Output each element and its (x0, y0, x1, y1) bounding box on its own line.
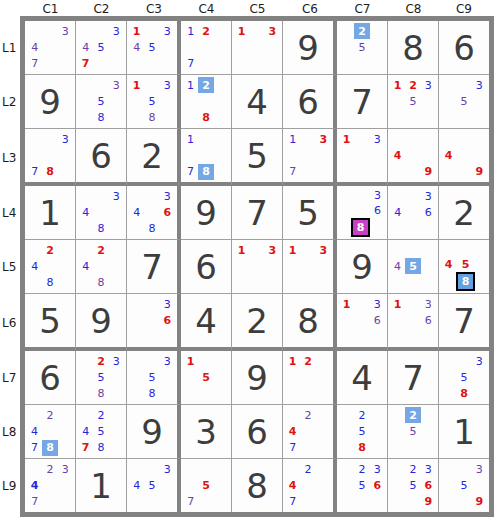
cell-value: 9 (90, 304, 112, 338)
cell-r9c1[interactable]: 2347 (25, 459, 76, 512)
candidate-3[interactable]: 3 (160, 462, 175, 477)
cell-r7c7[interactable]: 4 (337, 351, 388, 405)
candidate-1[interactable]: 1 (390, 297, 405, 312)
cell-r4c8[interactable]: 346 (388, 186, 439, 240)
cell-r4c2[interactable]: 348 (76, 186, 127, 240)
candidate-3[interactable]: 3 (472, 462, 487, 477)
candidate-1[interactable]: 1 (183, 132, 198, 147)
cell-r7c5[interactable]: 9 (232, 351, 283, 405)
candidate-9[interactable]: 9 (421, 164, 436, 179)
candidate-4[interactable]: 4 (441, 148, 456, 163)
candidate-5[interactable]: 5 (405, 478, 420, 493)
cell-value: 1 (39, 196, 61, 230)
candidate-2[interactable]: 2 (354, 408, 369, 423)
cell-r3c7[interactable]: 13 (337, 129, 388, 186)
candidate-7[interactable]: 7 (183, 56, 198, 71)
column-label-C6: C6 (283, 1, 337, 16)
candidate-4[interactable]: 4 (390, 259, 405, 274)
cell-r8c7[interactable]: 258 (337, 405, 388, 459)
candidate-1[interactable]: 1 (285, 354, 300, 369)
candidate-2[interactable]: 2 (405, 407, 421, 423)
candidate-3[interactable]: 3 (160, 24, 175, 39)
cell-r6c9[interactable]: 7 (439, 294, 489, 351)
candidate-7[interactable]: 7 (285, 164, 300, 179)
cell-r5c8[interactable]: 45 (388, 240, 439, 294)
candidate-9[interactable]: 9 (472, 164, 487, 179)
candidate-5[interactable]: 5 (458, 257, 473, 272)
cell-r5c6[interactable]: 13 (283, 240, 337, 294)
candidate-6[interactable]: 6 (370, 313, 385, 328)
cell-value: 4 (246, 85, 268, 119)
row-label-L9: L9 (2, 459, 20, 512)
cell-value: 7 (402, 361, 424, 395)
corner-spacer (2, 1, 20, 16)
cell-r7c6[interactable]: 12 (283, 351, 337, 405)
cell-value: 5 (246, 139, 268, 173)
candidate-1[interactable]: 1 (339, 132, 354, 147)
candidate-2[interactable]: 2 (93, 243, 108, 258)
candidate-2[interactable]: 2 (405, 462, 420, 477)
cell-r7c1[interactable]: 6 (25, 351, 76, 405)
candidate-6[interactable]: 6 (160, 313, 175, 328)
cell-r4c7[interactable]: 368 (337, 186, 388, 240)
cell-r2c6[interactable]: 6 (283, 75, 337, 129)
cell-r5c7[interactable]: 9 (337, 240, 388, 294)
row-label-L5: L5 (2, 240, 20, 294)
cell-r8c3[interactable]: 9 (127, 405, 181, 459)
candidate-7[interactable]: 7 (78, 440, 93, 455)
candidate-8[interactable]: 8 (42, 275, 57, 290)
cell-r9c3[interactable]: 345 (127, 459, 181, 512)
cell-r4c3[interactable]: 3468 (127, 186, 181, 240)
row-label-L8: L8 (2, 405, 20, 459)
candidate-7[interactable]: 7 (27, 56, 42, 71)
cell-value: 2 (453, 196, 475, 230)
row-label-L4: L4 (2, 186, 20, 240)
candidate-5[interactable]: 5 (456, 370, 471, 385)
cell-r6c8[interactable]: 136 (388, 294, 439, 351)
candidate-3[interactable]: 3 (472, 354, 487, 369)
cell-r1c9[interactable]: 6 (439, 21, 489, 75)
candidate-8[interactable]: 8 (93, 221, 108, 236)
row-labels: L1L2L3L4L5L6L7L8L9 (2, 21, 20, 517)
cell-value: 9 (195, 196, 217, 230)
candidate-3[interactable]: 3 (472, 78, 487, 93)
cell-r2c1[interactable]: 9 (25, 75, 76, 129)
cell-r2c8[interactable]: 1235 (388, 75, 439, 129)
candidate-8[interactable]: 8 (144, 221, 159, 236)
candidate-9[interactable]: 9 (472, 494, 487, 509)
cell-value: 9 (246, 361, 268, 395)
column-labels: C1C2C3C4C5C6C7C8C9 (25, 1, 500, 16)
cell-r1c4[interactable]: 127 (181, 21, 232, 75)
candidate-8[interactable]: 8 (93, 386, 108, 401)
column-label-C2: C2 (76, 1, 127, 16)
cell-r1c1[interactable]: 347 (25, 21, 76, 75)
cell-value: 3 (195, 415, 217, 449)
cell-r7c2[interactable]: 2358 (76, 351, 127, 405)
column-label-C7: C7 (337, 1, 388, 16)
candidate-5[interactable]: 5 (144, 94, 159, 109)
cell-r7c9[interactable]: 358 (439, 351, 489, 405)
candidate-3[interactable]: 3 (58, 132, 73, 147)
cell-r9c7[interactable]: 2356 (337, 459, 388, 512)
cell-r5c2[interactable]: 248 (76, 240, 127, 294)
candidate-2[interactable]: 2 (198, 24, 213, 39)
candidate-4[interactable]: 4 (78, 205, 93, 220)
row-label-L7: L7 (2, 351, 20, 405)
cell-r1c7[interactable]: 25 (337, 21, 388, 75)
candidate-3[interactable]: 3 (58, 462, 73, 477)
candidate-5[interactable]: 5 (456, 478, 471, 493)
cell-value: 6 (297, 85, 319, 119)
cell-r6c5[interactable]: 2 (232, 294, 283, 351)
cell-r2c4[interactable]: 128 (181, 75, 232, 129)
cell-value: 7 (351, 85, 373, 119)
cell-value: 6 (195, 250, 217, 284)
cell-r8c4[interactable]: 3 (181, 405, 232, 459)
candidate-5[interactable]: 5 (93, 370, 108, 385)
candidate-2[interactable]: 2 (43, 408, 58, 423)
candidate-2[interactable]: 2 (198, 77, 214, 93)
cell-r3c3[interactable]: 2 (127, 129, 181, 186)
candidate-1[interactable]: 1 (285, 132, 300, 147)
cell-r9c6[interactable]: 247 (283, 459, 337, 512)
cell-r9c4[interactable]: 57 (181, 459, 232, 512)
cell-value: 4 (351, 361, 373, 395)
candidate-8[interactable]: 8 (93, 275, 108, 290)
candidate-4[interactable]: 4 (27, 424, 42, 439)
cell-r5c4[interactable]: 6 (181, 240, 232, 294)
candidate-8[interactable]: 8 (456, 272, 475, 291)
cell-r4c5[interactable]: 7 (232, 186, 283, 240)
cell-r6c1[interactable]: 5 (25, 294, 76, 351)
candidate-5[interactable]: 5 (93, 40, 108, 55)
cell-r1c5[interactable]: 13 (232, 21, 283, 75)
cell-r1c8[interactable]: 8 (388, 21, 439, 75)
candidate-3[interactable]: 3 (370, 188, 385, 203)
candidate-4[interactable]: 4 (78, 40, 93, 55)
cell-r3c1[interactable]: 378 (25, 129, 76, 186)
candidate-2[interactable]: 2 (354, 23, 370, 39)
candidate-5[interactable]: 5 (198, 478, 213, 493)
cell-r6c6[interactable]: 8 (283, 294, 337, 351)
cell-r2c2[interactable]: 358 (76, 75, 127, 129)
candidate-7[interactable]: 7 (27, 440, 42, 455)
row-label-L2: L2 (2, 75, 20, 129)
candidate-3[interactable]: 3 (316, 132, 331, 147)
candidate-3[interactable]: 3 (421, 189, 436, 204)
candidate-5[interactable]: 5 (144, 40, 159, 55)
candidate-4[interactable]: 4 (390, 205, 405, 220)
candidate-8[interactable]: 8 (351, 218, 370, 237)
candidate-5[interactable]: 5 (456, 94, 471, 109)
candidate-3[interactable]: 3 (109, 24, 124, 39)
candidate-3[interactable]: 3 (421, 462, 436, 477)
cell-r3c6[interactable]: 137 (283, 129, 337, 186)
candidate-1[interactable]: 1 (183, 24, 198, 39)
candidate-2[interactable]: 2 (405, 78, 420, 93)
candidate-3[interactable]: 3 (265, 24, 280, 39)
row-label-L6: L6 (2, 294, 20, 351)
candidate-1[interactable]: 1 (183, 354, 198, 369)
candidate-5[interactable]: 5 (198, 370, 213, 385)
cell-r8c9[interactable]: 1 (439, 405, 489, 459)
candidate-4[interactable]: 4 (78, 424, 93, 439)
candidate-5[interactable]: 5 (354, 424, 369, 439)
candidate-3[interactable]: 3 (316, 243, 331, 258)
cell-value: 6 (90, 139, 112, 173)
cell-r4c9[interactable]: 2 (439, 186, 489, 240)
candidate-8[interactable]: 8 (456, 386, 471, 401)
cell-r4c6[interactable]: 5 (283, 186, 337, 240)
candidate-2[interactable]: 2 (300, 408, 315, 423)
column-label-C3: C3 (127, 1, 181, 16)
candidate-3[interactable]: 3 (370, 462, 385, 477)
candidate-5[interactable]: 5 (144, 478, 159, 493)
cell-r8c1[interactable]: 2478 (25, 405, 76, 459)
cell-r8c8[interactable]: 25 (388, 405, 439, 459)
cell-r3c8[interactable]: 49 (388, 129, 439, 186)
cell-r6c4[interactable]: 4 (181, 294, 232, 351)
cell-value: 5 (297, 196, 319, 230)
candidate-4[interactable]: 4 (390, 148, 405, 163)
candidate-5[interactable]: 5 (406, 424, 421, 439)
cell-value: 9 (39, 85, 61, 119)
cell-r4c1[interactable]: 1 (25, 186, 76, 240)
cell-r5c3[interactable]: 7 (127, 240, 181, 294)
cell-value: 2 (141, 139, 163, 173)
cell-r5c1[interactable]: 248 (25, 240, 76, 294)
candidate-5[interactable]: 5 (405, 94, 420, 109)
cell-value: 1 (453, 415, 475, 449)
cell-r6c7[interactable]: 136 (337, 294, 388, 351)
cell-r6c3[interactable]: 36 (127, 294, 181, 351)
candidate-2[interactable]: 2 (42, 243, 57, 258)
column-label-C1: C1 (25, 1, 76, 16)
cell-value: 6 (246, 415, 268, 449)
candidate-3[interactable]: 3 (109, 189, 124, 204)
cell-r1c6[interactable]: 9 (283, 21, 337, 75)
candidate-8[interactable]: 8 (144, 386, 159, 401)
cell-value: 9 (351, 250, 373, 284)
sudoku-board: 3473457134512713925869358135812846712353… (20, 16, 494, 517)
cell-value: 9 (297, 31, 319, 65)
candidate-5[interactable]: 5 (93, 424, 108, 439)
candidate-4[interactable]: 4 (441, 257, 456, 272)
cell-value: 4 (195, 304, 217, 338)
candidate-7[interactable]: 7 (183, 494, 198, 509)
candidate-2[interactable]: 2 (93, 354, 108, 369)
candidate-5[interactable]: 5 (354, 478, 369, 493)
cell-value: 8 (297, 304, 319, 338)
sudoku-app: C1C2C3C4C5C6C7C8C9 L1L2L3L4L5L6L7L8L9 34… (0, 0, 500, 525)
candidate-7[interactable]: 7 (27, 494, 42, 509)
candidate-8[interactable]: 8 (199, 110, 214, 125)
cell-value: 9 (141, 415, 163, 449)
candidate-3[interactable]: 3 (160, 354, 175, 369)
candidate-4[interactable]: 4 (78, 259, 93, 274)
candidate-1[interactable]: 1 (183, 78, 198, 93)
candidate-8[interactable]: 8 (354, 440, 369, 455)
candidate-1[interactable]: 1 (129, 78, 144, 93)
cell-r3c4[interactable]: 178 (181, 129, 232, 186)
candidate-1[interactable]: 1 (234, 24, 249, 39)
candidate-2[interactable]: 2 (300, 354, 315, 369)
candidate-2[interactable]: 2 (354, 462, 369, 477)
candidate-4[interactable]: 4 (129, 478, 144, 493)
column-label-C9: C9 (439, 1, 489, 16)
candidate-6[interactable]: 6 (421, 205, 436, 220)
cell-value: 8 (246, 469, 268, 503)
candidate-8[interactable]: 8 (93, 110, 108, 125)
candidate-1[interactable]: 1 (234, 243, 249, 258)
candidate-1[interactable]: 1 (129, 24, 144, 39)
candidate-2[interactable]: 2 (300, 462, 315, 477)
candidate-1[interactable]: 1 (390, 78, 405, 93)
cell-value: 5 (39, 304, 61, 338)
candidate-3[interactable]: 3 (160, 297, 175, 312)
cell-r5c9[interactable]: 458 (439, 240, 489, 294)
column-label-C5: C5 (232, 1, 283, 16)
cell-value: 8 (402, 31, 424, 65)
candidate-4[interactable]: 4 (129, 40, 144, 55)
candidate-7[interactable]: 7 (285, 494, 300, 509)
cell-r9c2[interactable]: 1 (76, 459, 127, 512)
candidate-8[interactable]: 8 (42, 164, 57, 179)
cell-r9c9[interactable]: 359 (439, 459, 489, 512)
cell-r8c6[interactable]: 247 (283, 405, 337, 459)
candidate-6[interactable]: 6 (421, 313, 436, 328)
cell-r8c2[interactable]: 24578 (76, 405, 127, 459)
cell-value: 1 (90, 469, 112, 503)
cell-r1c3[interactable]: 1345 (127, 21, 181, 75)
candidate-4[interactable]: 4 (285, 478, 300, 493)
cell-value: 2 (246, 304, 268, 338)
candidate-4[interactable]: 4 (27, 259, 42, 274)
cell-r6c2[interactable]: 9 (76, 294, 127, 351)
row-label-L3: L3 (2, 129, 20, 186)
cell-r4c4[interactable]: 9 (181, 186, 232, 240)
cell-r3c9[interactable]: 49 (439, 129, 489, 186)
cell-r3c2[interactable]: 6 (76, 129, 127, 186)
cell-r2c5[interactable]: 4 (232, 75, 283, 129)
cell-r1c2[interactable]: 3457 (76, 21, 127, 75)
cell-r2c9[interactable]: 35 (439, 75, 489, 129)
candidate-3[interactable]: 3 (160, 78, 175, 93)
candidate-3[interactable]: 3 (421, 297, 436, 312)
candidate-1[interactable]: 1 (285, 243, 300, 258)
cell-r8c5[interactable]: 6 (232, 405, 283, 459)
candidate-2[interactable]: 2 (42, 462, 57, 477)
candidate-3[interactable]: 3 (109, 354, 124, 369)
column-label-C8: C8 (388, 1, 439, 16)
candidate-8[interactable]: 8 (42, 440, 58, 456)
board-layout: C1C2C3C4C5C6C7C8C9 L1L2L3L4L5L6L7L8L9 34… (2, 1, 500, 517)
cell-value: 6 (453, 31, 475, 65)
cell-value: 7 (141, 250, 163, 284)
candidate-3[interactable]: 3 (109, 78, 124, 93)
candidate-7[interactable]: 7 (285, 440, 300, 455)
candidate-7[interactable]: 7 (183, 164, 198, 179)
cell-r2c7[interactable]: 7 (337, 75, 388, 129)
candidate-4[interactable]: 4 (27, 40, 42, 55)
candidate-6[interactable]: 6 (370, 478, 385, 493)
candidate-5[interactable]: 5 (144, 370, 159, 385)
cell-value: 7 (246, 196, 268, 230)
cell-r9c8[interactable]: 23569 (388, 459, 439, 512)
cell-r7c4[interactable]: 15 (181, 351, 232, 405)
candidate-8[interactable]: 8 (144, 110, 159, 125)
cell-r3c5[interactable]: 5 (232, 129, 283, 186)
candidate-4[interactable]: 4 (285, 424, 300, 439)
cell-r9c5[interactable]: 8 (232, 459, 283, 512)
candidate-5[interactable]: 5 (355, 40, 370, 55)
candidate-3[interactable]: 3 (160, 189, 175, 204)
candidate-3[interactable]: 3 (265, 243, 280, 258)
candidate-7[interactable]: 7 (27, 164, 42, 179)
cell-r5c5[interactable]: 13 (232, 240, 283, 294)
candidate-7[interactable]: 7 (78, 56, 93, 71)
candidate-6[interactable]: 6 (370, 203, 385, 218)
candidate-3[interactable]: 3 (58, 24, 73, 39)
row-label-L1: L1 (2, 21, 20, 75)
candidate-8[interactable]: 8 (93, 440, 108, 455)
candidate-6[interactable]: 6 (160, 205, 175, 220)
candidate-6[interactable]: 6 (421, 478, 436, 493)
cell-value: 7 (453, 304, 475, 338)
candidate-4[interactable]: 4 (27, 478, 42, 493)
cell-r7c8[interactable]: 7 (388, 351, 439, 405)
candidate-4[interactable]: 4 (129, 205, 144, 220)
candidate-1[interactable]: 1 (339, 297, 354, 312)
candidate-5[interactable]: 5 (93, 94, 108, 109)
candidate-9[interactable]: 9 (421, 494, 436, 509)
candidate-8[interactable]: 8 (198, 164, 214, 180)
cell-r7c3[interactable]: 358 (127, 351, 181, 405)
candidate-3[interactable]: 3 (370, 297, 385, 312)
candidate-3[interactable]: 3 (421, 78, 436, 93)
cell-value: 6 (39, 361, 61, 395)
column-label-C4: C4 (181, 1, 232, 16)
candidate-3[interactable]: 3 (370, 132, 385, 147)
candidate-5[interactable]: 5 (405, 258, 421, 274)
candidate-2[interactable]: 2 (93, 408, 108, 423)
cell-r2c3[interactable]: 1358 (127, 75, 181, 129)
